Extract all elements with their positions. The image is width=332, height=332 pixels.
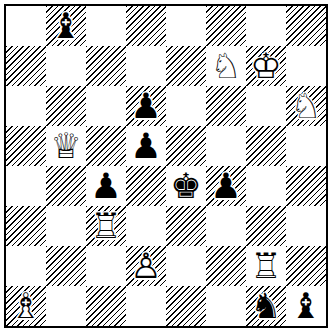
square-d8[interactable] — [126, 6, 166, 46]
square-h3[interactable] — [286, 206, 326, 246]
square-a4[interactable] — [6, 166, 46, 206]
square-b7[interactable] — [46, 46, 86, 86]
square-d6[interactable]: ♟♟ — [126, 86, 166, 126]
square-f3[interactable] — [206, 206, 246, 246]
square-a5[interactable] — [6, 126, 46, 166]
square-a8[interactable] — [6, 6, 46, 46]
white-king-g7[interactable]: ♔ — [246, 46, 286, 86]
square-a1[interactable]: ♝♗ — [6, 286, 46, 326]
square-d4[interactable] — [126, 166, 166, 206]
square-g6[interactable] — [246, 86, 286, 126]
chess-board: ♝♝♞♘♚♔♟♟♞♘♛♕♟♟♟♟♚♚♟♟♜♖♟♙♜♖♝♗♞♞♝♝ — [4, 4, 328, 328]
square-c3[interactable]: ♜♖ — [86, 206, 126, 246]
square-h8[interactable] — [286, 6, 326, 46]
square-g1[interactable]: ♞♞ — [246, 286, 286, 326]
square-f2[interactable] — [206, 246, 246, 286]
square-h2[interactable] — [286, 246, 326, 286]
square-g4[interactable] — [246, 166, 286, 206]
square-b3[interactable] — [46, 206, 86, 246]
white-knight-h6[interactable]: ♘ — [286, 86, 326, 126]
square-d5[interactable]: ♟♟ — [126, 126, 166, 166]
square-c2[interactable] — [86, 246, 126, 286]
square-e3[interactable] — [166, 206, 206, 246]
square-e2[interactable] — [166, 246, 206, 286]
white-rook-c3[interactable]: ♖ — [86, 206, 126, 246]
square-f4[interactable]: ♟♟ — [206, 166, 246, 206]
white-rook-g2[interactable]: ♖ — [246, 246, 286, 286]
black-knight-g1[interactable]: ♞ — [246, 286, 286, 326]
square-b8[interactable]: ♝♝ — [46, 6, 86, 46]
square-g5[interactable] — [246, 126, 286, 166]
square-b1[interactable] — [46, 286, 86, 326]
square-e6[interactable] — [166, 86, 206, 126]
black-pawn-f4[interactable]: ♟ — [206, 166, 246, 206]
square-b2[interactable] — [46, 246, 86, 286]
square-g3[interactable] — [246, 206, 286, 246]
black-king-e4[interactable]: ♚ — [166, 166, 206, 206]
white-bishop-a1[interactable]: ♗ — [6, 286, 46, 326]
square-h6[interactable]: ♞♘ — [286, 86, 326, 126]
square-a7[interactable] — [6, 46, 46, 86]
square-e5[interactable] — [166, 126, 206, 166]
square-e7[interactable] — [166, 46, 206, 86]
white-pawn-d2[interactable]: ♙ — [126, 246, 166, 286]
black-pawn-d5[interactable]: ♟ — [126, 126, 166, 166]
square-b6[interactable] — [46, 86, 86, 126]
black-pawn-d6[interactable]: ♟ — [126, 86, 166, 126]
square-f6[interactable] — [206, 86, 246, 126]
square-c6[interactable] — [86, 86, 126, 126]
square-g2[interactable]: ♜♖ — [246, 246, 286, 286]
square-f1[interactable] — [206, 286, 246, 326]
square-d7[interactable] — [126, 46, 166, 86]
square-a3[interactable] — [6, 206, 46, 246]
black-bishop-b8[interactable]: ♝ — [46, 6, 86, 46]
square-g8[interactable] — [246, 6, 286, 46]
square-b5[interactable]: ♛♕ — [46, 126, 86, 166]
square-d2[interactable]: ♟♙ — [126, 246, 166, 286]
square-f7[interactable]: ♞♘ — [206, 46, 246, 86]
square-a2[interactable] — [6, 246, 46, 286]
square-f8[interactable] — [206, 6, 246, 46]
square-b4[interactable] — [46, 166, 86, 206]
square-h5[interactable] — [286, 126, 326, 166]
square-g7[interactable]: ♚♔ — [246, 46, 286, 86]
white-knight-f7[interactable]: ♘ — [206, 46, 246, 86]
square-e8[interactable] — [166, 6, 206, 46]
black-bishop-h1[interactable]: ♝ — [286, 286, 326, 326]
square-c8[interactable] — [86, 6, 126, 46]
square-c7[interactable] — [86, 46, 126, 86]
square-c5[interactable] — [86, 126, 126, 166]
square-c1[interactable] — [86, 286, 126, 326]
square-d3[interactable] — [126, 206, 166, 246]
black-pawn-c4[interactable]: ♟ — [86, 166, 126, 206]
square-h1[interactable]: ♝♝ — [286, 286, 326, 326]
square-h7[interactable] — [286, 46, 326, 86]
square-e4[interactable]: ♚♚ — [166, 166, 206, 206]
square-f5[interactable] — [206, 126, 246, 166]
white-queen-b5[interactable]: ♕ — [46, 126, 86, 166]
square-e1[interactable] — [166, 286, 206, 326]
square-a6[interactable] — [6, 86, 46, 126]
square-d1[interactable] — [126, 286, 166, 326]
square-c4[interactable]: ♟♟ — [86, 166, 126, 206]
square-h4[interactable] — [286, 166, 326, 206]
